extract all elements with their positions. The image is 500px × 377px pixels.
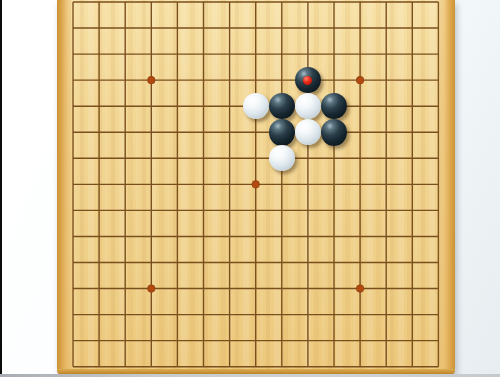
board-cell[interactable] [60, 15, 86, 41]
board-cell[interactable] [243, 328, 269, 354]
board-cell[interactable] [425, 328, 451, 354]
board-cell[interactable] [190, 15, 216, 41]
board-cell[interactable] [425, 197, 451, 223]
board-cell[interactable] [295, 197, 321, 223]
board-cell[interactable] [399, 0, 425, 15]
board-cell[interactable] [295, 67, 321, 93]
board-cell[interactable] [347, 302, 373, 328]
board-cell[interactable] [295, 354, 321, 375]
board-cell[interactable] [60, 302, 86, 328]
board-cell[interactable] [295, 145, 321, 171]
board-cell[interactable] [190, 249, 216, 275]
board-cell[interactable] [269, 67, 295, 93]
board-cell[interactable] [217, 328, 243, 354]
board-cell[interactable] [399, 15, 425, 41]
black-stone [321, 119, 347, 146]
board-cell[interactable] [269, 328, 295, 354]
board-cell[interactable] [86, 67, 112, 93]
white-stone [295, 119, 321, 145]
board-cell[interactable] [373, 171, 399, 197]
board-cell[interactable] [60, 93, 86, 119]
board-cell[interactable] [321, 223, 347, 249]
board-cell[interactable] [190, 276, 216, 302]
board-cell[interactable] [60, 223, 86, 249]
board-cell[interactable] [269, 93, 295, 119]
white-stone [269, 145, 295, 171]
board-cell[interactable] [347, 119, 373, 145]
board-cell[interactable] [164, 354, 190, 375]
board-cell[interactable] [243, 197, 269, 223]
board-cell[interactable] [112, 145, 138, 171]
board-cell[interactable] [217, 302, 243, 328]
board-cell[interactable] [138, 354, 164, 375]
board-cell[interactable] [190, 67, 216, 93]
board-cell[interactable] [425, 276, 451, 302]
board-cell[interactable] [217, 354, 243, 375]
board-cell[interactable] [86, 223, 112, 249]
board-cell[interactable] [86, 197, 112, 223]
board-cell[interactable] [269, 249, 295, 275]
board-cell[interactable] [217, 41, 243, 67]
board-cell[interactable] [112, 67, 138, 93]
board-cell[interactable] [321, 67, 347, 93]
board-cell[interactable] [112, 119, 138, 145]
board-cell[interactable] [373, 93, 399, 119]
board-cell[interactable] [373, 328, 399, 354]
board-cell[interactable] [425, 0, 451, 15]
board-cell[interactable] [217, 119, 243, 145]
board-cell[interactable] [164, 119, 190, 145]
board-cell[interactable] [347, 41, 373, 67]
board-cell[interactable] [269, 15, 295, 41]
board-cell[interactable] [86, 249, 112, 275]
board-cell[interactable] [217, 145, 243, 171]
board-cell[interactable] [295, 93, 321, 119]
board-cell[interactable] [86, 354, 112, 375]
board-cell[interactable] [190, 145, 216, 171]
board-cell[interactable] [295, 302, 321, 328]
board-cell[interactable] [86, 145, 112, 171]
board-cell[interactable] [138, 41, 164, 67]
board-cell[interactable] [60, 249, 86, 275]
board-cell[interactable] [60, 328, 86, 354]
board-cell[interactable] [60, 276, 86, 302]
board-cell[interactable] [399, 249, 425, 275]
board-cell[interactable] [399, 354, 425, 375]
board-cell[interactable] [321, 197, 347, 223]
board-cell[interactable] [399, 197, 425, 223]
board-cell[interactable] [399, 119, 425, 145]
board-cell[interactable] [164, 223, 190, 249]
board-cell[interactable] [321, 354, 347, 375]
white-stone [243, 93, 269, 119]
board-cell[interactable] [86, 15, 112, 41]
board-cell[interactable] [86, 93, 112, 119]
board-cell[interactable] [138, 302, 164, 328]
screen-edge-strip [0, 0, 2, 377]
board-cell[interactable] [347, 223, 373, 249]
board-cell[interactable] [321, 276, 347, 302]
board-cell[interactable] [321, 119, 347, 145]
board-cell[interactable] [425, 354, 451, 375]
board-cell[interactable] [347, 15, 373, 41]
board-cell[interactable] [425, 119, 451, 145]
board-intersections [60, 0, 451, 375]
board-cell[interactable] [295, 171, 321, 197]
board-cell[interactable] [217, 276, 243, 302]
board-cell[interactable] [399, 276, 425, 302]
board-cell[interactable] [243, 302, 269, 328]
board-cell[interactable] [164, 15, 190, 41]
board-cell[interactable] [321, 145, 347, 171]
board-cell[interactable] [425, 302, 451, 328]
board-cell[interactable] [164, 328, 190, 354]
board-cell[interactable] [321, 93, 347, 119]
board-cell[interactable] [399, 145, 425, 171]
board-cell[interactable] [399, 67, 425, 93]
board-cell[interactable] [217, 0, 243, 15]
board-cell[interactable] [425, 171, 451, 197]
board-cell[interactable] [321, 41, 347, 67]
board-cell[interactable] [243, 15, 269, 41]
board-cell[interactable] [269, 145, 295, 171]
board-cell[interactable] [321, 328, 347, 354]
board-cell[interactable] [425, 249, 451, 275]
board-cell[interactable] [190, 302, 216, 328]
board-cell[interactable] [373, 276, 399, 302]
board-cell[interactable] [321, 302, 347, 328]
board-cell[interactable] [164, 145, 190, 171]
board-cell[interactable] [373, 223, 399, 249]
board-cell[interactable] [86, 119, 112, 145]
board-cell[interactable] [112, 93, 138, 119]
board-cell[interactable] [321, 249, 347, 275]
board-cell[interactable] [269, 119, 295, 145]
board-cell[interactable] [112, 171, 138, 197]
board-cell[interactable] [373, 119, 399, 145]
board-cell[interactable] [112, 249, 138, 275]
board-cell[interactable] [399, 302, 425, 328]
board-cell[interactable] [295, 0, 321, 15]
board-cell[interactable] [347, 171, 373, 197]
board-cell[interactable] [164, 0, 190, 15]
board-cell[interactable] [373, 67, 399, 93]
board-cell[interactable] [269, 354, 295, 375]
board-cell[interactable] [217, 171, 243, 197]
board-cell[interactable] [190, 0, 216, 15]
board-cell[interactable] [138, 223, 164, 249]
board-cell[interactable] [373, 302, 399, 328]
board-cell[interactable] [60, 145, 86, 171]
board-cell[interactable] [243, 354, 269, 375]
board-cell[interactable] [347, 67, 373, 93]
board-cell[interactable] [243, 119, 269, 145]
board-cell[interactable] [217, 223, 243, 249]
board-cell[interactable] [269, 302, 295, 328]
board-cell[interactable] [164, 302, 190, 328]
board-cell[interactable] [347, 145, 373, 171]
board-cell[interactable] [243, 41, 269, 67]
board-cell[interactable] [347, 276, 373, 302]
board-cell[interactable] [425, 223, 451, 249]
board-cell[interactable] [164, 93, 190, 119]
board-cell[interactable] [60, 197, 86, 223]
board-cell[interactable] [373, 15, 399, 41]
board-cell[interactable] [86, 302, 112, 328]
board-cell[interactable] [399, 93, 425, 119]
board-cell[interactable] [295, 119, 321, 145]
board-cell[interactable] [164, 67, 190, 93]
page-background [0, 0, 500, 377]
board-cell[interactable] [112, 276, 138, 302]
board-cell[interactable] [138, 119, 164, 145]
board-cell[interactable] [217, 15, 243, 41]
board-cell[interactable] [164, 197, 190, 223]
board-cell[interactable] [269, 197, 295, 223]
board-cell[interactable] [373, 0, 399, 15]
board-cell[interactable] [269, 0, 295, 15]
board-cell[interactable] [295, 15, 321, 41]
board-cell[interactable] [347, 93, 373, 119]
black-stone [295, 67, 321, 94]
board-cell[interactable] [243, 93, 269, 119]
board-cell[interactable] [269, 171, 295, 197]
board-cell[interactable] [190, 93, 216, 119]
board-cell[interactable] [373, 41, 399, 67]
board-cell[interactable] [243, 171, 269, 197]
board-cell[interactable] [112, 302, 138, 328]
board-cell[interactable] [373, 354, 399, 375]
board-cell[interactable] [164, 249, 190, 275]
last-move-marker [303, 76, 312, 85]
board-cell[interactable] [269, 41, 295, 67]
board-cell[interactable] [399, 171, 425, 197]
black-stone [269, 93, 295, 120]
board-cell[interactable] [138, 249, 164, 275]
board-cell[interactable] [373, 197, 399, 223]
board-cell[interactable] [399, 328, 425, 354]
board-cell[interactable] [112, 41, 138, 67]
board-cell[interactable] [138, 276, 164, 302]
board-cell[interactable] [295, 276, 321, 302]
board-cell[interactable] [112, 354, 138, 375]
go-board [57, 0, 455, 375]
board-cell[interactable] [60, 119, 86, 145]
board-cell[interactable] [321, 15, 347, 41]
board-cell[interactable] [295, 223, 321, 249]
board-cell[interactable] [243, 223, 269, 249]
board-cell[interactable] [138, 93, 164, 119]
board-cell[interactable] [60, 0, 86, 15]
board-cell[interactable] [190, 354, 216, 375]
board-cell[interactable] [60, 354, 86, 375]
board-cell[interactable] [86, 41, 112, 67]
board-cell[interactable] [243, 249, 269, 275]
board-cell[interactable] [243, 276, 269, 302]
board-cell[interactable] [217, 197, 243, 223]
board-cell[interactable] [112, 15, 138, 41]
black-stone [269, 119, 295, 146]
board-cell[interactable] [112, 0, 138, 15]
board-cell[interactable] [138, 0, 164, 15]
board-cell[interactable] [321, 0, 347, 15]
board-cell[interactable] [243, 0, 269, 15]
board-cell[interactable] [60, 171, 86, 197]
board-cell[interactable] [321, 171, 347, 197]
board-cell[interactable] [347, 328, 373, 354]
board-cell[interactable] [347, 197, 373, 223]
board-cell[interactable] [243, 145, 269, 171]
board-cell[interactable] [347, 0, 373, 15]
board-cell[interactable] [399, 223, 425, 249]
board-cell[interactable] [217, 67, 243, 93]
board-cell[interactable] [425, 93, 451, 119]
board-cell[interactable] [112, 223, 138, 249]
board-cell[interactable] [243, 67, 269, 93]
board-cell[interactable] [295, 249, 321, 275]
board-cell[interactable] [164, 276, 190, 302]
board-cell[interactable] [425, 145, 451, 171]
board-cell[interactable] [425, 67, 451, 93]
board-cell[interactable] [60, 41, 86, 67]
board-cell[interactable] [295, 328, 321, 354]
board-cell[interactable] [86, 0, 112, 15]
board-cell[interactable] [164, 41, 190, 67]
board-cell[interactable] [373, 249, 399, 275]
board-cell[interactable] [190, 119, 216, 145]
board-cell[interactable] [425, 41, 451, 67]
board-cell[interactable] [347, 249, 373, 275]
board-cell[interactable] [425, 15, 451, 41]
board-cell[interactable] [190, 197, 216, 223]
board-cell[interactable] [373, 145, 399, 171]
board-cell[interactable] [347, 354, 373, 375]
board-cell[interactable] [295, 41, 321, 67]
board-cell[interactable] [269, 276, 295, 302]
black-stone [321, 93, 347, 120]
board-cell[interactable] [86, 276, 112, 302]
board-cell[interactable] [138, 328, 164, 354]
board-cell[interactable] [190, 223, 216, 249]
board-cell[interactable] [138, 15, 164, 41]
board-cell[interactable] [112, 197, 138, 223]
board-cell[interactable] [190, 171, 216, 197]
board-cell[interactable] [190, 328, 216, 354]
board-cell[interactable] [217, 249, 243, 275]
board-cell[interactable] [164, 171, 190, 197]
board-cell[interactable] [190, 41, 216, 67]
board-cell[interactable] [138, 67, 164, 93]
board-cell[interactable] [217, 93, 243, 119]
white-stone [295, 93, 321, 119]
board-cell[interactable] [86, 171, 112, 197]
board-cell[interactable] [138, 171, 164, 197]
board-cell[interactable] [112, 328, 138, 354]
board-cell[interactable] [138, 145, 164, 171]
board-cell[interactable] [60, 67, 86, 93]
board-cell[interactable] [86, 328, 112, 354]
board-cell[interactable] [138, 197, 164, 223]
board-cell[interactable] [269, 223, 295, 249]
board-cell[interactable] [399, 41, 425, 67]
